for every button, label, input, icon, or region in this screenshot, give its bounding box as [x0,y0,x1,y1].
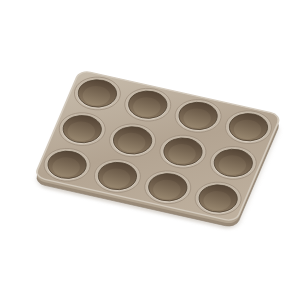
muffin-pan-photo [0,0,300,300]
product-photo-stage [0,0,300,300]
